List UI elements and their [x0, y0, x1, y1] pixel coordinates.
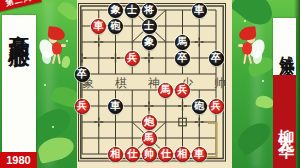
sparkle	[262, 80, 264, 82]
sparkle	[244, 20, 246, 22]
leaf-shape	[56, 0, 77, 23]
series-title: 豪帅心服	[2, 19, 36, 35]
red-piece-兵[interactable]: 兵	[75, 99, 90, 114]
left-title-strip: 豪帅心服 10	[2, 15, 36, 152]
black-piece-車[interactable]: 車	[192, 3, 207, 18]
red-piece-馬[interactable]: 馬	[142, 131, 157, 146]
fairy-illustration	[40, 27, 68, 77]
red-piece-相[interactable]: 相	[175, 147, 190, 162]
fairy-arm	[61, 44, 66, 47]
player-name-top: 钱洪发	[273, 18, 296, 77]
xiangqi-board[interactable]: 象棋神少帅 象士将車車砲士象馬兵卒卒卒馬兵兵車砲兵炮馬相仕帅仕相車	[77, 0, 232, 168]
black-piece-卒[interactable]: 卒	[75, 67, 90, 82]
black-piece-卒[interactable]: 卒	[209, 51, 224, 66]
black-piece-車[interactable]: 車	[108, 99, 123, 114]
black-piece-馬[interactable]: 馬	[175, 35, 190, 50]
black-piece-象[interactable]: 象	[108, 3, 123, 18]
red-piece-兵[interactable]: 兵	[125, 51, 140, 66]
red-piece-兵[interactable]: 兵	[175, 83, 190, 98]
red-piece-相[interactable]: 相	[108, 147, 123, 162]
black-piece-将[interactable]: 将	[142, 3, 157, 18]
fairy-illustration	[236, 27, 264, 77]
red-piece-馬[interactable]: 馬	[158, 83, 173, 98]
thumbnail-root: 象棋神少帅 象士将車車砲士象馬兵卒卒卒馬兵兵車砲兵炮馬相仕帅仕相車 豪帅心服 1…	[0, 0, 300, 168]
sparkle	[44, 84, 46, 86]
black-piece-卒[interactable]: 卒	[175, 51, 190, 66]
year-badge: 1980	[0, 152, 37, 168]
pieces-layer: 象士将車車砲士象馬兵卒卒卒馬兵兵車砲兵炮馬相仕帅仕相車	[77, 0, 232, 168]
fairy-leg	[57, 54, 61, 64]
red-piece-帅[interactable]: 帅	[142, 147, 157, 162]
black-piece-士[interactable]: 士	[125, 3, 140, 18]
black-piece-象[interactable]: 象	[142, 35, 157, 50]
red-piece-車[interactable]: 車	[91, 19, 106, 34]
fairy-arm	[238, 44, 243, 47]
black-piece-士[interactable]: 士	[142, 19, 157, 34]
red-piece-仕[interactable]: 仕	[158, 147, 173, 162]
red-piece-兵[interactable]: 兵	[209, 99, 224, 114]
fairy-leg	[243, 54, 247, 64]
black-piece-砲[interactable]: 砲	[192, 99, 207, 114]
fairy-hat	[238, 26, 256, 41]
red-piece-車[interactable]: 車	[192, 147, 207, 162]
player-name-bottom: 柳大华	[273, 75, 296, 168]
fairy-body	[242, 42, 252, 55]
fairy-hat	[47, 26, 65, 41]
red-piece-炮[interactable]: 炮	[142, 115, 157, 130]
sparkle	[52, 126, 54, 128]
fairy-wing	[252, 50, 263, 64]
episode-number: 10	[10, 38, 29, 60]
red-piece-仕[interactable]: 仕	[125, 147, 140, 162]
black-piece-砲[interactable]: 砲	[108, 19, 123, 34]
